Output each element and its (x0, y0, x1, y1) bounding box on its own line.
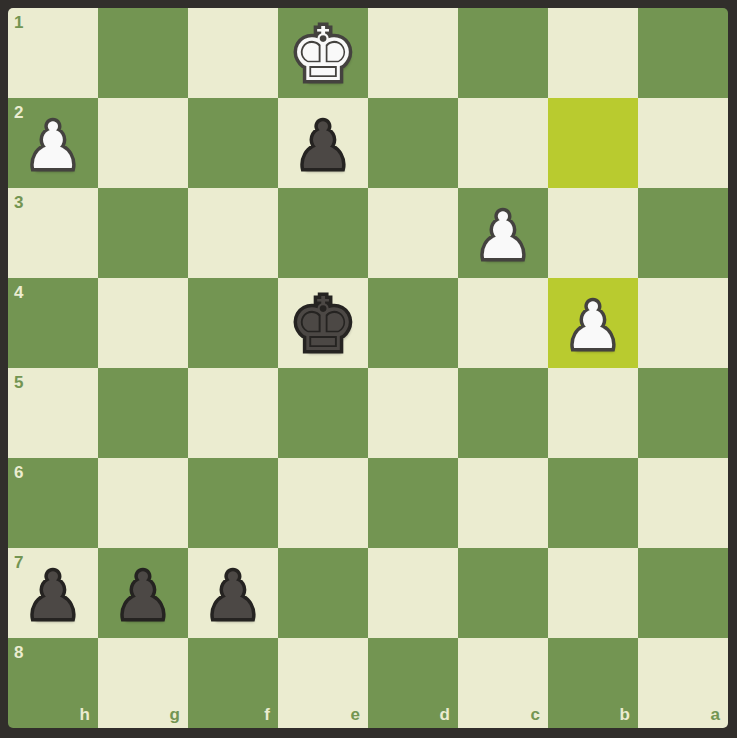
square-a5[interactable] (638, 368, 728, 458)
square-g3[interactable] (98, 188, 188, 278)
square-c8[interactable]: c (458, 638, 548, 728)
square-g4[interactable] (98, 278, 188, 368)
square-a7[interactable] (638, 548, 728, 638)
square-e6[interactable] (278, 458, 368, 548)
square-b7[interactable] (548, 548, 638, 638)
file-label-g: g (170, 706, 180, 723)
square-c5[interactable] (458, 368, 548, 458)
square-c4[interactable] (458, 278, 548, 368)
square-e8[interactable]: e (278, 638, 368, 728)
square-a2[interactable] (638, 98, 728, 188)
square-h6[interactable]: 6 (8, 458, 98, 548)
square-f1[interactable] (188, 8, 278, 98)
square-b2[interactable] (548, 98, 638, 188)
square-b3[interactable] (548, 188, 638, 278)
square-d7[interactable] (368, 548, 458, 638)
square-d5[interactable] (368, 368, 458, 458)
file-label-d: d (440, 706, 450, 723)
square-a3[interactable] (638, 188, 728, 278)
square-e3[interactable] (278, 188, 368, 278)
black-pawn[interactable] (188, 548, 278, 638)
square-a1[interactable] (638, 8, 728, 98)
file-label-c: c (531, 706, 540, 723)
square-e4[interactable] (278, 278, 368, 368)
black-king[interactable] (278, 278, 368, 368)
square-d2[interactable] (368, 98, 458, 188)
file-label-h: h (80, 706, 90, 723)
square-f4[interactable] (188, 278, 278, 368)
chess-board: 12345678hgfedcba (8, 8, 728, 728)
square-e7[interactable] (278, 548, 368, 638)
square-h2[interactable]: 2 (8, 98, 98, 188)
square-c7[interactable] (458, 548, 548, 638)
black-pawn[interactable] (98, 548, 188, 638)
square-g1[interactable] (98, 8, 188, 98)
square-f7[interactable] (188, 548, 278, 638)
square-f5[interactable] (188, 368, 278, 458)
square-e5[interactable] (278, 368, 368, 458)
rank-label-3: 3 (14, 194, 23, 211)
square-g8[interactable]: g (98, 638, 188, 728)
square-h4[interactable]: 4 (8, 278, 98, 368)
square-h7[interactable]: 7 (8, 548, 98, 638)
rank-label-1: 1 (14, 14, 23, 31)
square-b8[interactable]: b (548, 638, 638, 728)
square-c3[interactable] (458, 188, 548, 278)
square-c1[interactable] (458, 8, 548, 98)
square-h8[interactable]: 8h (8, 638, 98, 728)
rank-label-6: 6 (14, 464, 23, 481)
square-h1[interactable]: 1 (8, 8, 98, 98)
file-label-e: e (351, 706, 360, 723)
rank-label-4: 4 (14, 284, 23, 301)
square-d3[interactable] (368, 188, 458, 278)
square-f3[interactable] (188, 188, 278, 278)
square-g2[interactable] (98, 98, 188, 188)
square-d4[interactable] (368, 278, 458, 368)
square-c2[interactable] (458, 98, 548, 188)
white-pawn[interactable] (458, 188, 548, 278)
square-e2[interactable] (278, 98, 368, 188)
square-f6[interactable] (188, 458, 278, 548)
square-g6[interactable] (98, 458, 188, 548)
file-label-b: b (620, 706, 630, 723)
square-c6[interactable] (458, 458, 548, 548)
rank-label-8: 8 (14, 644, 23, 661)
square-g5[interactable] (98, 368, 188, 458)
square-d1[interactable] (368, 8, 458, 98)
file-label-a: a (711, 706, 720, 723)
square-a8[interactable]: a (638, 638, 728, 728)
white-king[interactable] (278, 8, 368, 98)
square-b4[interactable] (548, 278, 638, 368)
square-h3[interactable]: 3 (8, 188, 98, 278)
square-f2[interactable] (188, 98, 278, 188)
square-d8[interactable]: d (368, 638, 458, 728)
square-g7[interactable] (98, 548, 188, 638)
black-pawn[interactable] (278, 98, 368, 188)
square-a6[interactable] (638, 458, 728, 548)
square-a4[interactable] (638, 278, 728, 368)
white-pawn[interactable] (8, 98, 98, 188)
square-b1[interactable] (548, 8, 638, 98)
black-pawn[interactable] (8, 548, 98, 638)
square-d6[interactable] (368, 458, 458, 548)
rank-label-5: 5 (14, 374, 23, 391)
white-pawn[interactable] (548, 278, 638, 368)
square-h5[interactable]: 5 (8, 368, 98, 458)
file-label-f: f (264, 706, 270, 723)
square-e1[interactable] (278, 8, 368, 98)
square-f8[interactable]: f (188, 638, 278, 728)
square-b5[interactable] (548, 368, 638, 458)
square-b6[interactable] (548, 458, 638, 548)
